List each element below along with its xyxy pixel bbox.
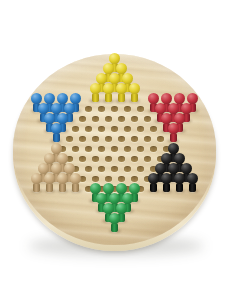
board-hole[interactable]: [98, 126, 105, 132]
peg-blue[interactable]: [50, 123, 62, 142]
board-hole[interactable]: [79, 156, 86, 162]
peg-stem: [59, 183, 66, 192]
peg-head: [51, 123, 62, 134]
peg-stem: [111, 223, 118, 232]
board-hole[interactable]: [111, 166, 118, 172]
peg-natural[interactable]: [70, 173, 82, 192]
peg-stem: [118, 93, 125, 102]
peg-head: [103, 83, 114, 94]
board-hole[interactable]: [150, 126, 157, 132]
board-hole[interactable]: [111, 106, 118, 112]
peg-stem: [150, 183, 157, 192]
peg-head: [116, 83, 127, 94]
board-hole[interactable]: [111, 146, 118, 152]
board-hole[interactable]: [118, 156, 125, 162]
peg-black[interactable]: [187, 173, 199, 192]
peg-natural[interactable]: [57, 173, 69, 192]
board-hole[interactable]: [85, 146, 92, 152]
board-hole[interactable]: [72, 126, 79, 132]
board-hole[interactable]: [118, 116, 125, 122]
board-hole[interactable]: [124, 106, 131, 112]
peg-yellow[interactable]: [89, 83, 101, 102]
star-hole-grid: [13, 54, 216, 245]
board-hole[interactable]: [105, 176, 112, 182]
peg-head: [90, 83, 101, 94]
board-hole[interactable]: [137, 166, 144, 172]
peg-head: [31, 173, 42, 184]
board-hole[interactable]: [72, 146, 79, 152]
board-hole[interactable]: [124, 126, 131, 132]
board-hole[interactable]: [150, 146, 157, 152]
peg-head: [187, 173, 198, 184]
peg-yellow[interactable]: [128, 83, 140, 102]
peg-yellow[interactable]: [115, 83, 127, 102]
board-hole[interactable]: [131, 176, 138, 182]
peg-head: [109, 213, 120, 224]
peg-black[interactable]: [161, 173, 173, 192]
peg-stem: [176, 183, 183, 192]
board-hole[interactable]: [85, 126, 92, 132]
board-hole[interactable]: [111, 126, 118, 132]
peg-stem: [72, 183, 79, 192]
peg-head: [44, 173, 55, 184]
peg-head: [129, 83, 140, 94]
board-hole[interactable]: [124, 146, 131, 152]
board-hole[interactable]: [79, 116, 86, 122]
board-hole[interactable]: [85, 106, 92, 112]
board-hole[interactable]: [118, 176, 125, 182]
board-hole[interactable]: [144, 136, 151, 142]
board-hole[interactable]: [137, 146, 144, 152]
board-hole[interactable]: [66, 136, 73, 142]
peg-stem: [53, 133, 60, 142]
product-photo-stage: [0, 0, 228, 298]
board-hole[interactable]: [92, 136, 99, 142]
peg-stem: [92, 93, 99, 102]
peg-black[interactable]: [174, 173, 186, 192]
board-hole[interactable]: [124, 166, 131, 172]
peg-black[interactable]: [148, 173, 160, 192]
board-hole[interactable]: [131, 136, 138, 142]
peg-yellow[interactable]: [102, 83, 114, 102]
peg-natural[interactable]: [44, 173, 56, 192]
peg-head: [161, 173, 172, 184]
peg-stem: [189, 183, 196, 192]
board-hole[interactable]: [105, 136, 112, 142]
board-hole[interactable]: [92, 156, 99, 162]
peg-natural[interactable]: [31, 173, 43, 192]
peg-head: [70, 173, 81, 184]
board-hole[interactable]: [144, 156, 151, 162]
board-hole[interactable]: [98, 166, 105, 172]
board-hole[interactable]: [157, 136, 164, 142]
board-hole[interactable]: [137, 106, 144, 112]
board-hole[interactable]: [98, 106, 105, 112]
peg-stem: [105, 93, 112, 102]
peg-stem: [131, 93, 138, 102]
board-hole[interactable]: [92, 116, 99, 122]
peg-stem: [46, 183, 53, 192]
board-hole[interactable]: [85, 166, 92, 172]
board-hole[interactable]: [131, 156, 138, 162]
peg-head: [148, 173, 159, 184]
board-hole[interactable]: [131, 116, 138, 122]
peg-head: [168, 123, 179, 134]
peg-stem: [33, 183, 40, 192]
chinese-checkers-board: [13, 54, 216, 245]
board-hole[interactable]: [137, 126, 144, 132]
peg-stem: [163, 183, 170, 192]
peg-red[interactable]: [167, 123, 179, 142]
peg-head: [57, 173, 68, 184]
board-hole[interactable]: [98, 146, 105, 152]
board-hole[interactable]: [79, 136, 86, 142]
board-hole[interactable]: [92, 176, 99, 182]
board-hole[interactable]: [118, 136, 125, 142]
board-hole[interactable]: [105, 156, 112, 162]
peg-head: [174, 173, 185, 184]
peg-green[interactable]: [109, 213, 121, 232]
peg-stem: [170, 133, 177, 142]
board-hole[interactable]: [144, 116, 151, 122]
board-hole[interactable]: [105, 116, 112, 122]
